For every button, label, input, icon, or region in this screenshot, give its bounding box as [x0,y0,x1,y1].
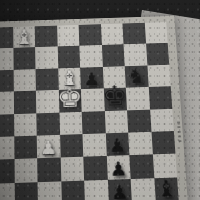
square-e5[interactable] [81,89,104,112]
square-d2[interactable] [60,157,84,181]
square-f8[interactable] [101,24,124,46]
square-b1[interactable] [14,182,38,200]
piece-black-pawn[interactable]: ♟ [108,137,126,155]
square-f3[interactable]: ♟ [105,132,129,156]
square-f7[interactable] [101,45,124,67]
square-c3[interactable]: ♟ [37,135,61,159]
square-b7[interactable] [13,47,36,69]
square-e2[interactable] [83,156,107,180]
square-h6[interactable] [147,65,171,87]
square-g4[interactable] [127,109,151,132]
square-h7[interactable] [146,43,170,65]
piece-black-pawn[interactable]: ♟ [109,160,128,179]
square-g8[interactable] [122,23,145,45]
square-c1[interactable] [38,181,62,200]
square-f5[interactable]: ♚ [103,88,127,111]
square-g6[interactable]: ♞ [125,65,149,88]
piece-black-king[interactable]: ♚ [102,83,129,110]
square-f1[interactable]: ♟ [107,179,131,200]
square-d5[interactable]: ♚ [58,89,81,112]
square-c6[interactable] [35,68,58,91]
square-h1[interactable]: ♝ [154,177,179,200]
square-a1[interactable] [0,183,14,200]
square-b8[interactable]: ♝ [13,26,35,48]
square-a4[interactable] [0,114,14,137]
square-g2[interactable] [129,155,153,179]
square-a3[interactable] [0,136,14,160]
square-b6[interactable] [13,69,36,92]
square-b5[interactable] [13,91,36,114]
square-d4[interactable] [59,111,82,134]
square-c5[interactable] [36,90,59,113]
piece-white-bishop[interactable]: ♝ [14,28,34,48]
square-h3[interactable] [151,131,175,155]
piece-white-king[interactable]: ♚ [57,85,84,112]
chessboard-grid[interactable]: ♝♝♟♞♚♚♟♟♟♟♝ [0,22,179,200]
square-d3[interactable] [60,134,84,158]
square-h2[interactable] [152,154,177,178]
square-a2[interactable] [0,159,14,183]
square-g3[interactable] [128,132,152,156]
square-f2[interactable]: ♟ [106,155,130,179]
square-c8[interactable] [35,26,58,48]
square-d8[interactable] [57,25,80,47]
square-e3[interactable] [82,133,106,157]
square-g7[interactable] [124,44,147,66]
square-b3[interactable] [14,136,37,160]
square-h4[interactable] [150,108,174,131]
piece-white-pawn[interactable]: ♟ [39,139,57,158]
square-d7[interactable] [57,46,80,68]
square-e1[interactable] [84,179,108,200]
piece-black-knight[interactable]: ♞ [126,67,147,87]
square-e8[interactable] [79,24,102,46]
square-e6[interactable]: ♟ [80,67,103,90]
piece-black-pawn[interactable]: ♟ [83,71,101,89]
square-f4[interactable] [104,110,128,133]
square-c2[interactable] [37,158,61,182]
chessboard[interactable]: ♝♝♟♞♚♚♟♟♟♟♝ [0,16,188,200]
photo-of-chessboard: ♝♝♟♞♚♚♟♟♟♟♝ [0,0,200,200]
square-a6[interactable] [0,70,13,93]
square-h5[interactable] [148,86,172,109]
border-dash-marks [177,121,181,142]
square-b2[interactable] [14,158,38,182]
square-e4[interactable] [82,111,106,134]
square-a7[interactable] [0,48,13,70]
square-h8[interactable] [144,22,167,44]
square-g5[interactable] [126,87,150,110]
square-c7[interactable] [35,47,58,69]
square-a8[interactable] [0,27,13,49]
piece-black-pawn[interactable]: ♟ [110,183,129,200]
square-e7[interactable] [79,45,102,67]
square-g1[interactable] [131,178,156,200]
square-d1[interactable] [61,180,85,200]
piece-black-bishop[interactable]: ♝ [155,179,177,200]
square-c4[interactable] [36,112,59,135]
square-b4[interactable] [14,113,37,136]
square-a5[interactable] [0,91,14,114]
